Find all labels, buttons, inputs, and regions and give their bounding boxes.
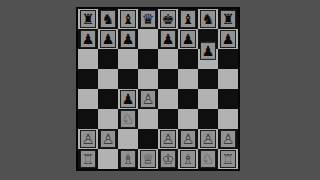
- square-f3[interactable]: [178, 109, 198, 129]
- black-bishop[interactable]: ♝: [120, 10, 136, 28]
- square-d7[interactable]: [138, 29, 158, 49]
- square-e3[interactable]: [158, 109, 178, 129]
- square-h3[interactable]: [218, 109, 238, 129]
- white-pawn[interactable]: ♙: [220, 130, 236, 148]
- square-e8[interactable]: ♚: [158, 9, 178, 29]
- square-c1[interactable]: ♗: [118, 149, 138, 169]
- page-background: { "game": "chess", "position": { "fen": …: [0, 0, 320, 180]
- square-c6[interactable]: [118, 49, 138, 69]
- black-pawn[interactable]: ♟: [100, 30, 116, 48]
- square-f1[interactable]: ♗: [178, 149, 198, 169]
- white-pawn[interactable]: ♙: [140, 90, 156, 108]
- black-knight[interactable]: ♞: [200, 10, 216, 28]
- square-b7[interactable]: ♟: [98, 29, 118, 49]
- black-king[interactable]: ♚: [160, 10, 176, 28]
- white-knight[interactable]: ♘: [120, 110, 136, 128]
- chess-board: ♜♞♝♛♚♝♞♜♟♟♟♟♟♟♟♟♙♘♙♙♙♙♙♙♖♗♕♔♗♘♖: [76, 7, 240, 171]
- square-a2[interactable]: ♙: [78, 129, 98, 149]
- square-h8[interactable]: ♜: [218, 9, 238, 29]
- square-d6[interactable]: [138, 49, 158, 69]
- white-rook[interactable]: ♖: [220, 150, 236, 168]
- square-e5[interactable]: [158, 69, 178, 89]
- square-c3[interactable]: ♘: [118, 109, 138, 129]
- black-knight[interactable]: ♞: [100, 10, 116, 28]
- square-a3[interactable]: [78, 109, 98, 129]
- square-f7[interactable]: ♟: [178, 29, 198, 49]
- white-pawn[interactable]: ♙: [180, 130, 196, 148]
- square-h2[interactable]: ♙: [218, 129, 238, 149]
- square-e4[interactable]: [158, 89, 178, 109]
- square-h4[interactable]: [218, 89, 238, 109]
- square-c2[interactable]: [118, 129, 138, 149]
- square-e7[interactable]: ♟: [158, 29, 178, 49]
- square-a7[interactable]: ♟: [78, 29, 98, 49]
- square-b2[interactable]: ♙: [98, 129, 118, 149]
- square-d2[interactable]: [138, 129, 158, 149]
- black-bishop[interactable]: ♝: [180, 10, 196, 28]
- black-pawn[interactable]: ♟: [120, 90, 136, 108]
- square-h5[interactable]: [218, 69, 238, 89]
- square-b6[interactable]: [98, 49, 118, 69]
- square-a5[interactable]: [78, 69, 98, 89]
- square-f6[interactable]: [178, 49, 198, 69]
- square-b4[interactable]: [98, 89, 118, 109]
- square-c5[interactable]: [118, 69, 138, 89]
- black-pawn[interactable]: ♟: [200, 42, 216, 60]
- black-pawn[interactable]: ♟: [180, 30, 196, 48]
- square-e2[interactable]: ♙: [158, 129, 178, 149]
- square-e6[interactable]: [158, 49, 178, 69]
- black-pawn[interactable]: ♟: [220, 30, 236, 48]
- square-c8[interactable]: ♝: [118, 9, 138, 29]
- square-b3[interactable]: [98, 109, 118, 129]
- black-rook[interactable]: ♜: [80, 10, 96, 28]
- square-g5[interactable]: [198, 69, 218, 89]
- square-a1[interactable]: ♖: [78, 149, 98, 169]
- square-f4[interactable]: [178, 89, 198, 109]
- square-c7[interactable]: ♟: [118, 29, 138, 49]
- white-knight[interactable]: ♘: [200, 150, 216, 168]
- square-d4[interactable]: ♙: [138, 89, 158, 109]
- square-d8[interactable]: ♛: [138, 9, 158, 29]
- square-h6[interactable]: [218, 49, 238, 69]
- white-bishop[interactable]: ♗: [120, 150, 136, 168]
- square-g4[interactable]: [198, 89, 218, 109]
- square-a4[interactable]: [78, 89, 98, 109]
- square-f5[interactable]: [178, 69, 198, 89]
- square-h1[interactable]: ♖: [218, 149, 238, 169]
- black-pawn[interactable]: ♟: [80, 30, 96, 48]
- square-c4[interactable]: ♟: [118, 89, 138, 109]
- square-b1[interactable]: [98, 149, 118, 169]
- black-queen[interactable]: ♛: [140, 10, 156, 28]
- white-pawn[interactable]: ♙: [200, 130, 216, 148]
- square-d3[interactable]: [138, 109, 158, 129]
- white-pawn[interactable]: ♙: [80, 130, 96, 148]
- white-pawn[interactable]: ♙: [160, 130, 176, 148]
- square-g8[interactable]: ♞: [198, 9, 218, 29]
- white-bishop[interactable]: ♗: [180, 150, 196, 168]
- white-rook[interactable]: ♖: [80, 150, 96, 168]
- square-g2[interactable]: ♙: [198, 129, 218, 149]
- square-b5[interactable]: [98, 69, 118, 89]
- square-f8[interactable]: ♝: [178, 9, 198, 29]
- square-e1[interactable]: ♔: [158, 149, 178, 169]
- square-f2[interactable]: ♙: [178, 129, 198, 149]
- black-pawn[interactable]: ♟: [120, 30, 136, 48]
- white-king[interactable]: ♔: [160, 150, 176, 168]
- white-queen[interactable]: ♕: [140, 150, 156, 168]
- square-a6[interactable]: [78, 49, 98, 69]
- square-g1[interactable]: ♘: [198, 149, 218, 169]
- square-d5[interactable]: [138, 69, 158, 89]
- square-a8[interactable]: ♜: [78, 9, 98, 29]
- white-pawn[interactable]: ♙: [100, 130, 116, 148]
- square-g6[interactable]: ♟: [198, 49, 218, 69]
- black-pawn[interactable]: ♟: [160, 30, 176, 48]
- square-g3[interactable]: [198, 109, 218, 129]
- square-d1[interactable]: ♕: [138, 149, 158, 169]
- square-b8[interactable]: ♞: [98, 9, 118, 29]
- square-h7[interactable]: ♟: [218, 29, 238, 49]
- black-rook[interactable]: ♜: [220, 10, 236, 28]
